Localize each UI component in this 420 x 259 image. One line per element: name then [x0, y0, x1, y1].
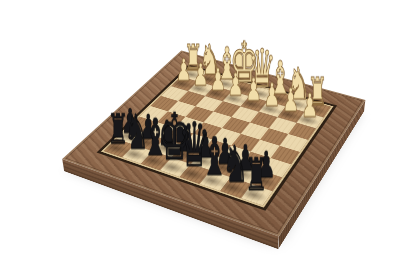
square-a8[interactable]: ♜ [241, 184, 272, 205]
chess-set-photo: ♜♞♝♚♛♝♞♜♟♟♟♟♟♟♟♟♟♟♟♟♟♟♟♟♜♞♝♚♛♝♞♜ [0, 0, 420, 259]
piece-black-rook[interactable]: ♜ [234, 151, 278, 196]
square-a2[interactable]: ♟ [297, 112, 324, 128]
chess-board: ♜♞♝♚♛♝♞♜♟♟♟♟♟♟♟♟♟♟♟♟♟♟♟♟♜♞♝♚♛♝♞♜ [62, 50, 365, 236]
piece-white-pawn[interactable]: ♟ [290, 89, 329, 122]
board-grid: ♜♞♝♚♛♝♞♜♟♟♟♟♟♟♟♟♟♟♟♟♟♟♟♟♜♞♝♚♛♝♞♜ [104, 68, 331, 206]
